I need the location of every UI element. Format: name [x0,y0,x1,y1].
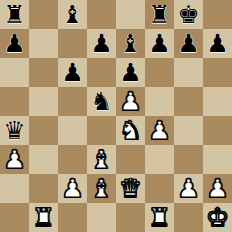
square-c3[interactable] [58,145,87,174]
square-h7[interactable]: ♟ [203,29,232,58]
square-h2[interactable]: ♟ [203,174,232,203]
square-d1[interactable] [87,203,116,232]
square-c4[interactable] [58,116,87,145]
square-d5[interactable]: ♞ [87,87,116,116]
square-f8[interactable]: ♜ [145,0,174,29]
square-d3[interactable]: ♝ [87,145,116,174]
square-e5[interactable]: ♟ [116,87,145,116]
piece-black-king[interactable]: ♚ [177,0,199,29]
square-b5[interactable] [29,87,58,116]
square-g3[interactable] [174,145,203,174]
square-g6[interactable] [174,58,203,87]
piece-white-pawn[interactable]: ♟ [206,174,228,203]
piece-black-rook[interactable]: ♜ [148,0,170,29]
square-d7[interactable]: ♟ [87,29,116,58]
square-d8[interactable] [87,0,116,29]
square-c6[interactable]: ♟ [58,58,87,87]
square-a6[interactable] [0,58,29,87]
piece-black-bishop[interactable]: ♝ [119,29,141,58]
square-g5[interactable] [174,87,203,116]
piece-black-knight[interactable]: ♞ [90,87,112,116]
square-h5[interactable] [203,87,232,116]
piece-black-rook[interactable]: ♜ [3,0,25,29]
square-a4[interactable]: ♛ [0,116,29,145]
square-g2[interactable]: ♟ [174,174,203,203]
square-f6[interactable] [145,58,174,87]
square-h1[interactable]: ♚ [203,203,232,232]
square-d2[interactable]: ♝ [87,174,116,203]
piece-black-pawn[interactable]: ♟ [177,29,199,58]
square-d6[interactable] [87,58,116,87]
square-c2[interactable]: ♟ [58,174,87,203]
square-a5[interactable] [0,87,29,116]
piece-white-knight[interactable]: ♞ [119,116,141,145]
square-h8[interactable] [203,0,232,29]
piece-black-pawn[interactable]: ♟ [3,29,25,58]
square-f2[interactable] [145,174,174,203]
piece-white-pawn[interactable]: ♟ [61,174,83,203]
square-g1[interactable] [174,203,203,232]
square-f7[interactable]: ♟ [145,29,174,58]
square-b4[interactable] [29,116,58,145]
square-c5[interactable] [58,87,87,116]
square-h4[interactable] [203,116,232,145]
piece-white-pawn[interactable]: ♟ [119,87,141,116]
piece-white-bishop[interactable]: ♝ [90,174,112,203]
piece-white-king[interactable]: ♚ [206,203,228,232]
square-e4[interactable]: ♞ [116,116,145,145]
chess-board: ♜♝♜♚♟♟♝♟♟♟♟♟♞♟♛♞♟♟♝♟♝♛♟♟♜♜♚ [0,0,232,232]
piece-black-bishop[interactable]: ♝ [61,0,83,29]
square-a1[interactable] [0,203,29,232]
square-f4[interactable]: ♟ [145,116,174,145]
piece-white-queen[interactable]: ♛ [119,174,141,203]
square-e6[interactable]: ♟ [116,58,145,87]
square-b8[interactable] [29,0,58,29]
square-b6[interactable] [29,58,58,87]
square-a3[interactable]: ♟ [0,145,29,174]
square-e2[interactable]: ♛ [116,174,145,203]
square-h6[interactable] [203,58,232,87]
piece-black-pawn[interactable]: ♟ [61,58,83,87]
square-h3[interactable] [203,145,232,174]
piece-white-rook[interactable]: ♜ [32,203,54,232]
piece-black-queen[interactable]: ♛ [3,116,25,145]
square-b3[interactable] [29,145,58,174]
square-g7[interactable]: ♟ [174,29,203,58]
square-g8[interactable]: ♚ [174,0,203,29]
square-g4[interactable] [174,116,203,145]
square-a2[interactable] [0,174,29,203]
square-f5[interactable] [145,87,174,116]
piece-black-pawn[interactable]: ♟ [90,29,112,58]
piece-white-pawn[interactable]: ♟ [148,116,170,145]
square-d4[interactable] [87,116,116,145]
square-f1[interactable]: ♜ [145,203,174,232]
piece-white-pawn[interactable]: ♟ [3,145,25,174]
square-b1[interactable]: ♜ [29,203,58,232]
piece-black-pawn[interactable]: ♟ [119,58,141,87]
square-b2[interactable] [29,174,58,203]
square-c1[interactable] [58,203,87,232]
piece-white-pawn[interactable]: ♟ [177,174,199,203]
square-a8[interactable]: ♜ [0,0,29,29]
piece-black-pawn[interactable]: ♟ [206,29,228,58]
square-e8[interactable] [116,0,145,29]
square-b7[interactable] [29,29,58,58]
square-f3[interactable] [145,145,174,174]
piece-white-bishop[interactable]: ♝ [90,145,112,174]
piece-white-rook[interactable]: ♜ [148,203,170,232]
piece-black-pawn[interactable]: ♟ [148,29,170,58]
square-e7[interactable]: ♝ [116,29,145,58]
square-c7[interactable] [58,29,87,58]
square-a7[interactable]: ♟ [0,29,29,58]
square-e1[interactable] [116,203,145,232]
square-e3[interactable] [116,145,145,174]
square-c8[interactable]: ♝ [58,0,87,29]
